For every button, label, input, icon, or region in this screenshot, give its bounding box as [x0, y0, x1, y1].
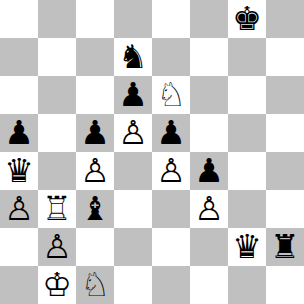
- square-e6[interactable]: ♘: [152, 76, 190, 114]
- piece-black-king: ♚: [232, 0, 262, 38]
- square-a6[interactable]: [0, 76, 38, 114]
- square-h7[interactable]: [266, 38, 304, 76]
- square-d7[interactable]: ♞: [114, 38, 152, 76]
- piece-black-bishop: ♝: [80, 190, 110, 228]
- square-a7[interactable]: [0, 38, 38, 76]
- square-e2[interactable]: [152, 228, 190, 266]
- square-b6[interactable]: [38, 76, 76, 114]
- piece-black-pawn: ♟: [156, 114, 186, 152]
- square-g3[interactable]: [228, 190, 266, 228]
- piece-black-knight: ♞: [118, 38, 148, 76]
- piece-white-knight: ♘: [80, 266, 110, 304]
- square-h5[interactable]: [266, 114, 304, 152]
- square-c6[interactable]: [76, 76, 114, 114]
- square-h4[interactable]: [266, 152, 304, 190]
- square-f1[interactable]: [190, 266, 228, 304]
- square-b2[interactable]: ♙: [38, 228, 76, 266]
- square-f4[interactable]: ♟: [190, 152, 228, 190]
- square-f3[interactable]: ♙: [190, 190, 228, 228]
- square-f5[interactable]: [190, 114, 228, 152]
- piece-white-knight: ♘: [156, 76, 186, 114]
- square-a5[interactable]: ♟: [0, 114, 38, 152]
- square-h2[interactable]: ♜: [266, 228, 304, 266]
- square-b1[interactable]: ♔: [38, 266, 76, 304]
- square-e8[interactable]: [152, 0, 190, 38]
- square-c4[interactable]: ♙: [76, 152, 114, 190]
- square-b5[interactable]: [38, 114, 76, 152]
- square-a3[interactable]: ♙: [0, 190, 38, 228]
- square-b3[interactable]: ♖: [38, 190, 76, 228]
- square-b8[interactable]: [38, 0, 76, 38]
- square-d3[interactable]: [114, 190, 152, 228]
- square-a2[interactable]: [0, 228, 38, 266]
- square-h3[interactable]: [266, 190, 304, 228]
- square-d5[interactable]: ♙: [114, 114, 152, 152]
- piece-black-pawn: ♟: [4, 114, 34, 152]
- square-h8[interactable]: [266, 0, 304, 38]
- square-c3[interactable]: ♝: [76, 190, 114, 228]
- piece-white-pawn: ♙: [194, 190, 224, 228]
- piece-black-pawn: ♟: [118, 76, 148, 114]
- square-g2[interactable]: ♛: [228, 228, 266, 266]
- square-e1[interactable]: [152, 266, 190, 304]
- square-c1[interactable]: ♘: [76, 266, 114, 304]
- square-h6[interactable]: [266, 76, 304, 114]
- square-a1[interactable]: [0, 266, 38, 304]
- square-c5[interactable]: ♟: [76, 114, 114, 152]
- square-f2[interactable]: [190, 228, 228, 266]
- piece-black-rook: ♜: [270, 228, 300, 266]
- piece-black-pawn: ♟: [194, 152, 224, 190]
- square-f7[interactable]: [190, 38, 228, 76]
- piece-white-pawn: ♙: [4, 190, 34, 228]
- square-g6[interactable]: [228, 76, 266, 114]
- square-g5[interactable]: [228, 114, 266, 152]
- square-g7[interactable]: [228, 38, 266, 76]
- piece-white-pawn: ♙: [80, 152, 110, 190]
- square-c2[interactable]: [76, 228, 114, 266]
- square-b7[interactable]: [38, 38, 76, 76]
- square-f8[interactable]: [190, 0, 228, 38]
- square-d1[interactable]: [114, 266, 152, 304]
- piece-white-pawn: ♙: [118, 114, 148, 152]
- square-g8[interactable]: ♚: [228, 0, 266, 38]
- square-g1[interactable]: [228, 266, 266, 304]
- square-g4[interactable]: [228, 152, 266, 190]
- square-e4[interactable]: ♙: [152, 152, 190, 190]
- square-e5[interactable]: ♟: [152, 114, 190, 152]
- square-f6[interactable]: [190, 76, 228, 114]
- square-b4[interactable]: [38, 152, 76, 190]
- square-h1[interactable]: [266, 266, 304, 304]
- square-d2[interactable]: [114, 228, 152, 266]
- piece-white-pawn: ♙: [156, 152, 186, 190]
- square-a4[interactable]: ♛: [0, 152, 38, 190]
- square-e7[interactable]: [152, 38, 190, 76]
- piece-black-queen: ♛: [232, 228, 262, 266]
- square-e3[interactable]: [152, 190, 190, 228]
- square-a8[interactable]: [0, 0, 38, 38]
- piece-black-queen: ♛: [4, 152, 34, 190]
- piece-black-pawn: ♟: [80, 114, 110, 152]
- square-c8[interactable]: [76, 0, 114, 38]
- square-d8[interactable]: [114, 0, 152, 38]
- chess-board: ♚♞♟♘♟♟♙♟♛♙♙♟♙♖♝♙♙♛♜♔♘: [0, 0, 304, 304]
- square-d6[interactable]: ♟: [114, 76, 152, 114]
- piece-white-king: ♔: [42, 266, 72, 304]
- piece-white-pawn: ♙: [42, 228, 72, 266]
- square-c7[interactable]: [76, 38, 114, 76]
- square-d4[interactable]: [114, 152, 152, 190]
- piece-white-rook: ♖: [42, 190, 72, 228]
